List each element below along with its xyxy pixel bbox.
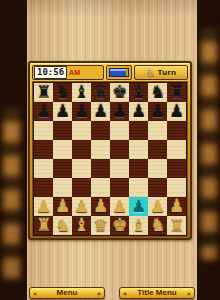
black-pawn: ♟: [150, 102, 165, 121]
board-square[interactable]: [110, 121, 129, 140]
black-pawn: ♟: [169, 102, 184, 121]
white-pawn: ♟: [169, 197, 184, 216]
blurred-background-left: [3, 108, 20, 280]
button-ornament-icon: [33, 292, 37, 295]
board-square[interactable]: ♟: [53, 197, 72, 216]
white-bishop: ♝: [74, 216, 89, 235]
board-square[interactable]: ♞: [53, 83, 72, 102]
board-square[interactable]: [53, 159, 72, 178]
board-square[interactable]: ♜: [34, 216, 53, 235]
board-square[interactable]: [129, 159, 148, 178]
clock-meridiem: AM: [69, 69, 80, 76]
white-pawn: ♟: [150, 197, 165, 216]
board-square[interactable]: [34, 178, 53, 197]
black-rook: ♜: [36, 83, 51, 102]
white-rook: ♜: [169, 216, 184, 235]
white-pawn: ♟: [93, 197, 108, 216]
board-square[interactable]: ♟: [167, 102, 186, 121]
board-square[interactable]: ♝: [129, 216, 148, 235]
board-square[interactable]: ♜: [167, 83, 186, 102]
button-ornament-icon: [187, 292, 191, 295]
board-square[interactable]: [167, 159, 186, 178]
board-square[interactable]: ♟: [148, 102, 167, 121]
white-pawn: ♟: [112, 197, 127, 216]
board-square[interactable]: ♟: [110, 102, 129, 121]
progress-track: [109, 68, 129, 77]
board-square[interactable]: [53, 178, 72, 197]
board-square[interactable]: [129, 178, 148, 197]
board-square[interactable]: ♝: [72, 83, 91, 102]
board-square[interactable]: ♟: [110, 197, 129, 216]
black-pawn: ♟: [131, 102, 146, 121]
board-square[interactable]: [91, 159, 110, 178]
board-square[interactable]: [91, 178, 110, 197]
time-progress-bar: [106, 65, 132, 80]
board-square[interactable]: ♟: [91, 197, 110, 216]
white-pawn: ♟: [36, 197, 51, 216]
menu-button-label: Menu: [37, 288, 97, 298]
black-pawn: ♟: [112, 102, 127, 121]
chess-board-frame: 10:56 AM ♘ Turn ♜♞♝♛♚♝♞♜♟♟♟♟♟♟♟♟♟♟♟♟♟♟♟♟…: [28, 61, 192, 240]
board-square[interactable]: [167, 140, 186, 159]
progress-fill: [110, 69, 126, 76]
board-square[interactable]: ♟: [53, 102, 72, 121]
clock-time: 10:56: [34, 66, 67, 79]
black-rook: ♜: [169, 83, 184, 102]
board-square[interactable]: [129, 121, 148, 140]
board-square[interactable]: ♛: [91, 216, 110, 235]
board-square[interactable]: ♟: [167, 197, 186, 216]
black-bishop: ♝: [74, 83, 89, 102]
turn-label: Turn: [158, 68, 177, 77]
white-queen: ♛: [93, 216, 108, 235]
board-square[interactable]: [53, 140, 72, 159]
title-menu-button[interactable]: Title Menu: [119, 287, 195, 299]
white-knight-icon: ♘: [146, 68, 155, 78]
board-square[interactable]: ♚: [110, 83, 129, 102]
board-square[interactable]: [148, 121, 167, 140]
letterbox-right: [197, 0, 220, 300]
white-knight: ♞: [55, 216, 70, 235]
black-pawn: ♟: [93, 102, 108, 121]
letterbox-left: [0, 0, 27, 300]
board-square[interactable]: [129, 140, 148, 159]
board-square[interactable]: [110, 178, 129, 197]
black-pawn: ♟: [36, 102, 51, 121]
board-square[interactable]: ♟: [34, 102, 53, 121]
white-bishop: ♝: [131, 216, 146, 235]
board-square[interactable]: ♟: [34, 197, 53, 216]
board-square[interactable]: ♞: [148, 83, 167, 102]
board-square[interactable]: ♞: [148, 216, 167, 235]
board-square[interactable]: ♟: [72, 102, 91, 121]
board-square[interactable]: [91, 121, 110, 140]
board-square[interactable]: [72, 121, 91, 140]
board-square[interactable]: ♜: [34, 83, 53, 102]
black-bishop: ♝: [131, 83, 146, 102]
board-square[interactable]: [34, 140, 53, 159]
board-square[interactable]: [110, 159, 129, 178]
black-knight: ♞: [55, 83, 70, 102]
black-pawn: ♟: [55, 102, 70, 121]
board-square[interactable]: [148, 178, 167, 197]
board-square[interactable]: ♚: [110, 216, 129, 235]
menu-button[interactable]: Menu: [29, 287, 105, 299]
board-square[interactable]: [72, 178, 91, 197]
white-knight: ♞: [150, 216, 165, 235]
board-square[interactable]: ♛: [91, 83, 110, 102]
white-pawn: ♟: [74, 197, 89, 216]
title-menu-button-label: Title Menu: [127, 288, 187, 298]
clock: 10:56 AM: [32, 65, 104, 80]
board-square[interactable]: [91, 140, 110, 159]
board-square[interactable]: ♟: [129, 197, 148, 216]
white-king: ♚: [112, 216, 127, 235]
board-square[interactable]: [148, 159, 167, 178]
board-square[interactable]: [72, 159, 91, 178]
game-area: 10:56 AM ♘ Turn ♜♞♝♛♚♝♞♜♟♟♟♟♟♟♟♟♟♟♟♟♟♟♟♟…: [27, 0, 197, 300]
screen: 10:56 AM ♘ Turn ♜♞♝♛♚♝♞♜♟♟♟♟♟♟♟♟♟♟♟♟♟♟♟♟…: [0, 0, 220, 300]
board-square[interactable]: ♟: [91, 102, 110, 121]
board-square[interactable]: [167, 121, 186, 140]
board-square[interactable]: ♜: [167, 216, 186, 235]
board-square[interactable]: ♝: [129, 83, 148, 102]
board-square[interactable]: [34, 159, 53, 178]
button-ornament-icon: [123, 292, 127, 295]
white-rook: ♜: [36, 216, 51, 235]
board-square[interactable]: [72, 140, 91, 159]
black-knight: ♞: [150, 83, 165, 102]
board-square[interactable]: ♟: [148, 197, 167, 216]
board-square[interactable]: [34, 121, 53, 140]
blurred-background-right: [201, 28, 217, 260]
board-square[interactable]: ♟: [72, 197, 91, 216]
status-bar: 10:56 AM ♘ Turn: [32, 65, 188, 80]
board-square[interactable]: ♞: [53, 216, 72, 235]
softkey-row: Menu Title Menu: [27, 287, 197, 299]
board-square[interactable]: ♟: [129, 102, 148, 121]
black-king: ♚: [112, 83, 127, 102]
turn-indicator: ♘ Turn: [134, 65, 188, 80]
chess-board[interactable]: ♜♞♝♛♚♝♞♜♟♟♟♟♟♟♟♟♟♟♟♟♟♟♟♟♜♞♝♛♚♝♞♜: [33, 82, 187, 236]
board-square[interactable]: ♝: [72, 216, 91, 235]
black-queen: ♛: [93, 83, 108, 102]
board-square[interactable]: [110, 140, 129, 159]
board-square[interactable]: [148, 140, 167, 159]
white-pawn: ♟: [55, 197, 70, 216]
board-square[interactable]: [53, 121, 72, 140]
white-pawn: ♟: [131, 197, 146, 216]
board-square[interactable]: [167, 178, 186, 197]
button-ornament-icon: [97, 292, 101, 295]
black-pawn: ♟: [74, 102, 89, 121]
